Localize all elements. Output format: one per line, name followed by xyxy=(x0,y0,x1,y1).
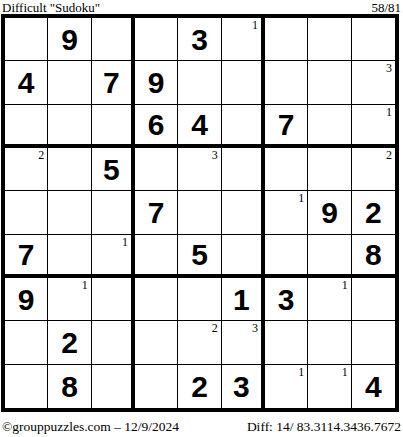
cell-r8c7[interactable] xyxy=(265,321,308,364)
cell-r8c8[interactable] xyxy=(308,321,351,364)
cell-r7c2[interactable]: 1 xyxy=(48,278,91,321)
sudoku-board: 9314793647125327192715891131223823114 xyxy=(1,14,399,412)
cell-r1c7[interactable] xyxy=(265,18,308,61)
cell-r8c6[interactable]: 3 xyxy=(222,321,265,364)
pencil-mark: 2 xyxy=(38,148,44,162)
cell-r2c7[interactable] xyxy=(265,61,308,104)
given-digit: 8 xyxy=(61,372,78,402)
page: Difficult "Sudoku" 58/81 931479364712532… xyxy=(0,0,403,437)
cell-r9c1[interactable] xyxy=(5,365,48,408)
cell-r4c8[interactable] xyxy=(308,148,351,191)
cell-r6c8[interactable] xyxy=(308,235,351,278)
given-digit: 3 xyxy=(191,25,208,55)
cell-r4c6[interactable] xyxy=(222,148,265,191)
cell-r1c2: 9 xyxy=(48,18,91,61)
cell-r9c5: 2 xyxy=(178,365,221,408)
given-digit: 2 xyxy=(191,372,208,402)
cell-r1c8[interactable] xyxy=(308,18,351,61)
given-digit: 5 xyxy=(191,240,208,270)
cell-r8c5[interactable]: 2 xyxy=(178,321,221,364)
cell-r1c3[interactable] xyxy=(92,18,135,61)
cell-r6c4[interactable] xyxy=(135,235,178,278)
cell-r5c7[interactable]: 1 xyxy=(265,191,308,234)
cell-r7c4[interactable] xyxy=(135,278,178,321)
cell-r3c7: 7 xyxy=(265,105,308,148)
cell-r4c5[interactable]: 3 xyxy=(178,148,221,191)
cell-r1c6[interactable]: 1 xyxy=(222,18,265,61)
cell-r5c9: 2 xyxy=(352,191,395,234)
cell-r3c2[interactable] xyxy=(48,105,91,148)
cell-r5c3[interactable] xyxy=(92,191,135,234)
cell-r3c9[interactable]: 1 xyxy=(352,105,395,148)
cell-r4c9[interactable]: 2 xyxy=(352,148,395,191)
cell-r2c6[interactable] xyxy=(222,61,265,104)
cell-r5c8: 9 xyxy=(308,191,351,234)
pencil-mark: 3 xyxy=(212,148,218,162)
cell-r5c1[interactable] xyxy=(5,191,48,234)
given-digit: 3 xyxy=(233,372,250,402)
cell-r6c6[interactable] xyxy=(222,235,265,278)
pencil-mark: 1 xyxy=(122,235,128,249)
cell-r7c6: 1 xyxy=(222,278,265,321)
cell-r7c5[interactable] xyxy=(178,278,221,321)
cell-r3c5: 4 xyxy=(178,105,221,148)
header: Difficult "Sudoku" 58/81 xyxy=(0,0,403,14)
cell-r7c1: 9 xyxy=(5,278,48,321)
cell-r8c3[interactable] xyxy=(92,321,135,364)
cell-r9c9: 4 xyxy=(352,365,395,408)
cell-r2c9[interactable]: 3 xyxy=(352,61,395,104)
cell-r8c4[interactable] xyxy=(135,321,178,364)
cell-r9c2: 8 xyxy=(48,365,91,408)
cell-r9c8[interactable]: 1 xyxy=(308,365,351,408)
cell-r6c7[interactable] xyxy=(265,235,308,278)
given-digit: 4 xyxy=(18,68,35,98)
cell-r3c3[interactable] xyxy=(92,105,135,148)
cell-r8c9[interactable] xyxy=(352,321,395,364)
pencil-mark: 1 xyxy=(342,365,348,379)
empty-count: 58/81 xyxy=(371,1,401,14)
cell-r7c8[interactable]: 1 xyxy=(308,278,351,321)
given-digit: 1 xyxy=(233,285,250,315)
cell-r1c9[interactable] xyxy=(352,18,395,61)
cell-r6c5: 5 xyxy=(178,235,221,278)
pencil-mark: 1 xyxy=(342,278,348,292)
cell-r9c4[interactable] xyxy=(135,365,178,408)
copyright-text: ©grouppuzzles.com – 12/9/2024 xyxy=(2,419,179,434)
cell-r6c9: 8 xyxy=(352,235,395,278)
difficulty-text: Diff: 14/ 83.3114.3436.7672 xyxy=(247,419,401,434)
pencil-mark: 1 xyxy=(298,365,304,379)
given-digit: 7 xyxy=(148,198,165,228)
cell-r3c6[interactable] xyxy=(222,105,265,148)
cell-r7c3[interactable] xyxy=(92,278,135,321)
cell-r2c4: 9 xyxy=(135,61,178,104)
cell-r4c7[interactable] xyxy=(265,148,308,191)
given-digit: 2 xyxy=(61,328,78,358)
cell-r2c8[interactable] xyxy=(308,61,351,104)
cell-r3c8[interactable] xyxy=(308,105,351,148)
given-digit: 9 xyxy=(18,285,35,315)
cell-r6c2[interactable] xyxy=(48,235,91,278)
puzzle-title: Difficult "Sudoku" xyxy=(2,1,100,14)
given-digit: 7 xyxy=(18,240,35,270)
pencil-mark: 3 xyxy=(386,61,392,75)
pencil-mark: 2 xyxy=(386,148,392,162)
given-digit: 4 xyxy=(365,372,382,402)
cell-r5c4: 7 xyxy=(135,191,178,234)
cell-r1c4[interactable] xyxy=(135,18,178,61)
cell-r9c3[interactable] xyxy=(92,365,135,408)
footer: ©grouppuzzles.com – 12/9/2024 Diff: 14/ … xyxy=(0,419,403,434)
cell-r2c3: 7 xyxy=(92,61,135,104)
cell-r4c3: 5 xyxy=(92,148,135,191)
cell-r2c5[interactable] xyxy=(178,61,221,104)
pencil-mark: 1 xyxy=(82,278,88,292)
cell-r2c2[interactable] xyxy=(48,61,91,104)
cell-r5c5[interactable] xyxy=(178,191,221,234)
given-digit: 8 xyxy=(365,240,382,270)
given-digit: 2 xyxy=(365,198,382,228)
given-digit: 7 xyxy=(278,110,295,140)
given-digit: 4 xyxy=(191,110,208,140)
given-digit: 9 xyxy=(61,25,78,55)
cell-r4c4[interactable] xyxy=(135,148,178,191)
cell-r6c1: 7 xyxy=(5,235,48,278)
given-digit: 3 xyxy=(278,285,295,315)
pencil-mark: 1 xyxy=(386,105,392,119)
cell-r8c2: 2 xyxy=(48,321,91,364)
given-digit: 6 xyxy=(148,110,165,140)
given-digit: 9 xyxy=(148,68,165,98)
given-digit: 5 xyxy=(103,155,120,185)
pencil-mark: 2 xyxy=(212,321,218,335)
cell-r5c6[interactable] xyxy=(222,191,265,234)
pencil-mark: 1 xyxy=(252,18,258,32)
cell-r1c5: 3 xyxy=(178,18,221,61)
cell-r7c7: 3 xyxy=(265,278,308,321)
cell-r6c3[interactable]: 1 xyxy=(92,235,135,278)
pencil-mark: 1 xyxy=(298,191,304,205)
given-digit: 7 xyxy=(103,68,120,98)
cell-r3c1[interactable] xyxy=(5,105,48,148)
cell-r1c1[interactable] xyxy=(5,18,48,61)
cell-r5c2[interactable] xyxy=(48,191,91,234)
given-digit: 9 xyxy=(321,198,338,228)
cell-r3c4: 6 xyxy=(135,105,178,148)
cell-r9c6: 3 xyxy=(222,365,265,408)
cell-r8c1[interactable] xyxy=(5,321,48,364)
cell-r9c7[interactable]: 1 xyxy=(265,365,308,408)
pencil-mark: 3 xyxy=(252,321,258,335)
cell-r7c9[interactable] xyxy=(352,278,395,321)
cell-r4c2[interactable] xyxy=(48,148,91,191)
cell-r4c1[interactable]: 2 xyxy=(5,148,48,191)
cell-r2c1: 4 xyxy=(5,61,48,104)
